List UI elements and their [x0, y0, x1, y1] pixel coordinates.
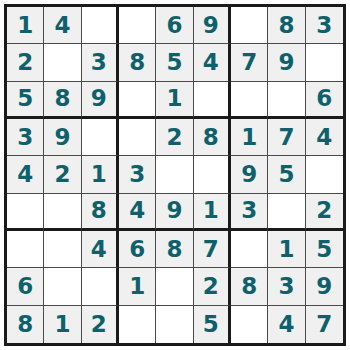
cell-r8c6[interactable]: 2 [194, 268, 231, 305]
cell-r7c2[interactable] [44, 231, 81, 268]
cell-r6c7[interactable]: 3 [231, 194, 268, 231]
cell-r7c1[interactable] [7, 231, 44, 268]
cell-r7c5[interactable]: 8 [156, 231, 193, 268]
cell-r9c1[interactable]: 8 [7, 306, 44, 343]
cell-r7c6[interactable]: 7 [194, 231, 231, 268]
cell-r9c4[interactable] [119, 306, 156, 343]
cell-r7c4[interactable]: 6 [119, 231, 156, 268]
cell-r1c2[interactable]: 4 [44, 7, 81, 44]
cell-r2c7[interactable]: 7 [231, 44, 268, 81]
cell-r6c9[interactable]: 2 [306, 194, 343, 231]
cell-r8c8[interactable]: 3 [268, 268, 305, 305]
cell-r8c2[interactable] [44, 268, 81, 305]
cell-r6c2[interactable] [44, 194, 81, 231]
cell-r8c9[interactable]: 9 [306, 268, 343, 305]
cell-r3c4[interactable] [119, 82, 156, 119]
cell-r2c4[interactable]: 8 [119, 44, 156, 81]
cell-r9c3[interactable]: 2 [82, 306, 119, 343]
cell-r5c1[interactable]: 4 [7, 156, 44, 193]
cell-r6c3[interactable]: 8 [82, 194, 119, 231]
cell-r7c9[interactable]: 5 [306, 231, 343, 268]
cell-r8c7[interactable]: 8 [231, 268, 268, 305]
cell-r3c9[interactable]: 6 [306, 82, 343, 119]
cell-r8c3[interactable] [82, 268, 119, 305]
cell-r3c1[interactable]: 5 [7, 82, 44, 119]
cell-r7c8[interactable]: 1 [268, 231, 305, 268]
cell-r7c7[interactable] [231, 231, 268, 268]
cell-r6c5[interactable]: 9 [156, 194, 193, 231]
cell-r6c6[interactable]: 1 [194, 194, 231, 231]
cell-r5c2[interactable]: 2 [44, 156, 81, 193]
cell-r4c1[interactable]: 3 [7, 119, 44, 156]
cell-r7c3[interactable]: 4 [82, 231, 119, 268]
cell-r3c7[interactable] [231, 82, 268, 119]
cell-r5c3[interactable]: 1 [82, 156, 119, 193]
cell-r9c7[interactable] [231, 306, 268, 343]
cell-r6c8[interactable] [268, 194, 305, 231]
cell-r4c2[interactable]: 9 [44, 119, 81, 156]
cell-r1c9[interactable]: 3 [306, 7, 343, 44]
cell-r8c4[interactable]: 1 [119, 268, 156, 305]
cell-r5c5[interactable] [156, 156, 193, 193]
cell-r4c9[interactable]: 4 [306, 119, 343, 156]
cell-r1c6[interactable]: 9 [194, 7, 231, 44]
cell-r9c8[interactable]: 4 [268, 306, 305, 343]
cell-r9c6[interactable]: 5 [194, 306, 231, 343]
cell-r3c2[interactable]: 8 [44, 82, 81, 119]
cell-r2c6[interactable]: 4 [194, 44, 231, 81]
cell-r4c5[interactable]: 2 [156, 119, 193, 156]
cell-r6c1[interactable] [7, 194, 44, 231]
cell-r2c8[interactable]: 9 [268, 44, 305, 81]
cell-r1c3[interactable] [82, 7, 119, 44]
cell-r8c5[interactable] [156, 268, 193, 305]
cell-r2c1[interactable]: 2 [7, 44, 44, 81]
cell-r8c1[interactable]: 6 [7, 268, 44, 305]
cell-r1c4[interactable] [119, 7, 156, 44]
cell-r5c6[interactable] [194, 156, 231, 193]
cell-r4c3[interactable] [82, 119, 119, 156]
cell-r1c1[interactable]: 1 [7, 7, 44, 44]
cell-r3c3[interactable]: 9 [82, 82, 119, 119]
cell-r1c5[interactable]: 6 [156, 7, 193, 44]
cell-r5c8[interactable]: 5 [268, 156, 305, 193]
cell-r3c8[interactable] [268, 82, 305, 119]
cell-r6c4[interactable]: 4 [119, 194, 156, 231]
cell-r9c9[interactable]: 7 [306, 306, 343, 343]
cell-r5c9[interactable] [306, 156, 343, 193]
cell-r4c8[interactable]: 7 [268, 119, 305, 156]
cell-r4c4[interactable] [119, 119, 156, 156]
cell-r4c7[interactable]: 1 [231, 119, 268, 156]
cell-r2c3[interactable]: 3 [82, 44, 119, 81]
cell-r9c2[interactable]: 1 [44, 306, 81, 343]
cell-r2c9[interactable] [306, 44, 343, 81]
cell-r3c5[interactable]: 1 [156, 82, 193, 119]
sudoku-board: 1469832385479589163928174421395849132468… [4, 4, 346, 346]
cell-r4c6[interactable]: 8 [194, 119, 231, 156]
cell-r9c5[interactable] [156, 306, 193, 343]
cell-r3c6[interactable] [194, 82, 231, 119]
cell-r2c2[interactable] [44, 44, 81, 81]
cell-r2c5[interactable]: 5 [156, 44, 193, 81]
cell-r1c7[interactable] [231, 7, 268, 44]
cell-r5c7[interactable]: 9 [231, 156, 268, 193]
sudoku-frame: 1469832385479589163928174421395849132468… [0, 0, 350, 350]
cell-r5c4[interactable]: 3 [119, 156, 156, 193]
cell-r1c8[interactable]: 8 [268, 7, 305, 44]
